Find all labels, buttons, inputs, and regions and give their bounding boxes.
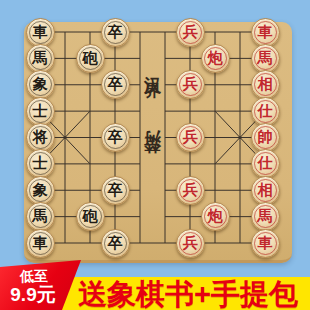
river-label-hanjie: 汉界 bbox=[143, 62, 162, 76]
piece-red-兵: 兵 bbox=[176, 229, 205, 258]
piece-character: 車 bbox=[33, 25, 48, 40]
piece-black-卒: 卒 bbox=[101, 229, 130, 258]
piece-character: 相 bbox=[258, 183, 273, 198]
piece-character: 馬 bbox=[33, 209, 48, 224]
piece-character: 将 bbox=[33, 130, 48, 145]
piece-black-車: 車 bbox=[26, 229, 55, 258]
piece-character: 士 bbox=[33, 156, 48, 171]
piece-character: 卒 bbox=[108, 130, 123, 145]
piece-black-士: 士 bbox=[26, 149, 55, 178]
piece-red-相: 相 bbox=[251, 70, 280, 99]
piece-black-卒: 卒 bbox=[101, 18, 130, 47]
piece-black-卒: 卒 bbox=[101, 176, 130, 205]
piece-red-仕: 仕 bbox=[251, 97, 280, 126]
piece-character: 車 bbox=[33, 236, 48, 251]
piece-character: 砲 bbox=[83, 51, 98, 66]
piece-black-象: 象 bbox=[26, 70, 55, 99]
piece-black-卒: 卒 bbox=[101, 70, 130, 99]
piece-black-馬: 馬 bbox=[26, 202, 55, 231]
piece-black-砲: 砲 bbox=[76, 44, 105, 73]
piece-black-象: 象 bbox=[26, 176, 55, 205]
piece-character: 象 bbox=[33, 183, 48, 198]
piece-black-砲: 砲 bbox=[76, 202, 105, 231]
piece-character: 卒 bbox=[108, 236, 123, 251]
piece-character: 兵 bbox=[183, 236, 198, 251]
piece-character: 砲 bbox=[83, 209, 98, 224]
piece-red-兵: 兵 bbox=[176, 123, 205, 152]
piece-black-将: 将 bbox=[26, 123, 55, 152]
piece-black-車: 車 bbox=[26, 18, 55, 47]
piece-red-馬: 馬 bbox=[251, 44, 280, 73]
piece-red-車: 車 bbox=[251, 18, 280, 47]
piece-red-仕: 仕 bbox=[251, 149, 280, 178]
piece-black-卒: 卒 bbox=[101, 123, 130, 152]
piece-red-兵: 兵 bbox=[176, 18, 205, 47]
piece-character: 兵 bbox=[183, 25, 198, 40]
piece-red-兵: 兵 bbox=[176, 70, 205, 99]
price-badge-prefix: 低至 bbox=[0, 268, 68, 284]
piece-red-兵: 兵 bbox=[176, 176, 205, 205]
piece-character: 車 bbox=[258, 236, 273, 251]
piece-character: 馬 bbox=[33, 51, 48, 66]
piece-character: 兵 bbox=[183, 77, 198, 92]
piece-red-炮: 炮 bbox=[201, 202, 230, 231]
product-image[interactable]: 汉界 楚河 車馬象士将士象馬車砲砲卒卒卒卒卒兵兵兵兵兵炮炮車馬相仕帥仕相馬車 送… bbox=[0, 0, 310, 310]
piece-red-相: 相 bbox=[251, 176, 280, 205]
xiangqi-board: 汉界 楚河 車馬象士将士象馬車砲砲卒卒卒卒卒兵兵兵兵兵炮炮車馬相仕帥仕相馬車 bbox=[24, 22, 292, 263]
piece-character: 車 bbox=[258, 25, 273, 40]
river-label-chuhe: 楚河 bbox=[143, 154, 162, 168]
piece-character: 帥 bbox=[258, 130, 273, 145]
piece-red-炮: 炮 bbox=[201, 44, 230, 73]
piece-character: 象 bbox=[33, 77, 48, 92]
piece-character: 仕 bbox=[258, 104, 273, 119]
piece-character: 卒 bbox=[108, 183, 123, 198]
piece-red-帥: 帥 bbox=[251, 123, 280, 152]
piece-character: 炮 bbox=[208, 209, 223, 224]
promo-banner-text: 送象棋书+手提包 bbox=[78, 277, 298, 310]
piece-character: 兵 bbox=[183, 130, 198, 145]
price-badge-amount: 9.9元 bbox=[0, 284, 66, 306]
piece-character: 炮 bbox=[208, 51, 223, 66]
piece-character: 卒 bbox=[108, 25, 123, 40]
piece-black-士: 士 bbox=[26, 97, 55, 126]
piece-red-馬: 馬 bbox=[251, 202, 280, 231]
piece-character: 卒 bbox=[108, 77, 123, 92]
piece-character: 相 bbox=[258, 77, 273, 92]
piece-character: 馬 bbox=[258, 51, 273, 66]
piece-character: 士 bbox=[33, 104, 48, 119]
piece-character: 馬 bbox=[258, 209, 273, 224]
piece-character: 兵 bbox=[183, 183, 198, 198]
piece-red-車: 車 bbox=[251, 229, 280, 258]
piece-character: 仕 bbox=[258, 156, 273, 171]
piece-black-馬: 馬 bbox=[26, 44, 55, 73]
